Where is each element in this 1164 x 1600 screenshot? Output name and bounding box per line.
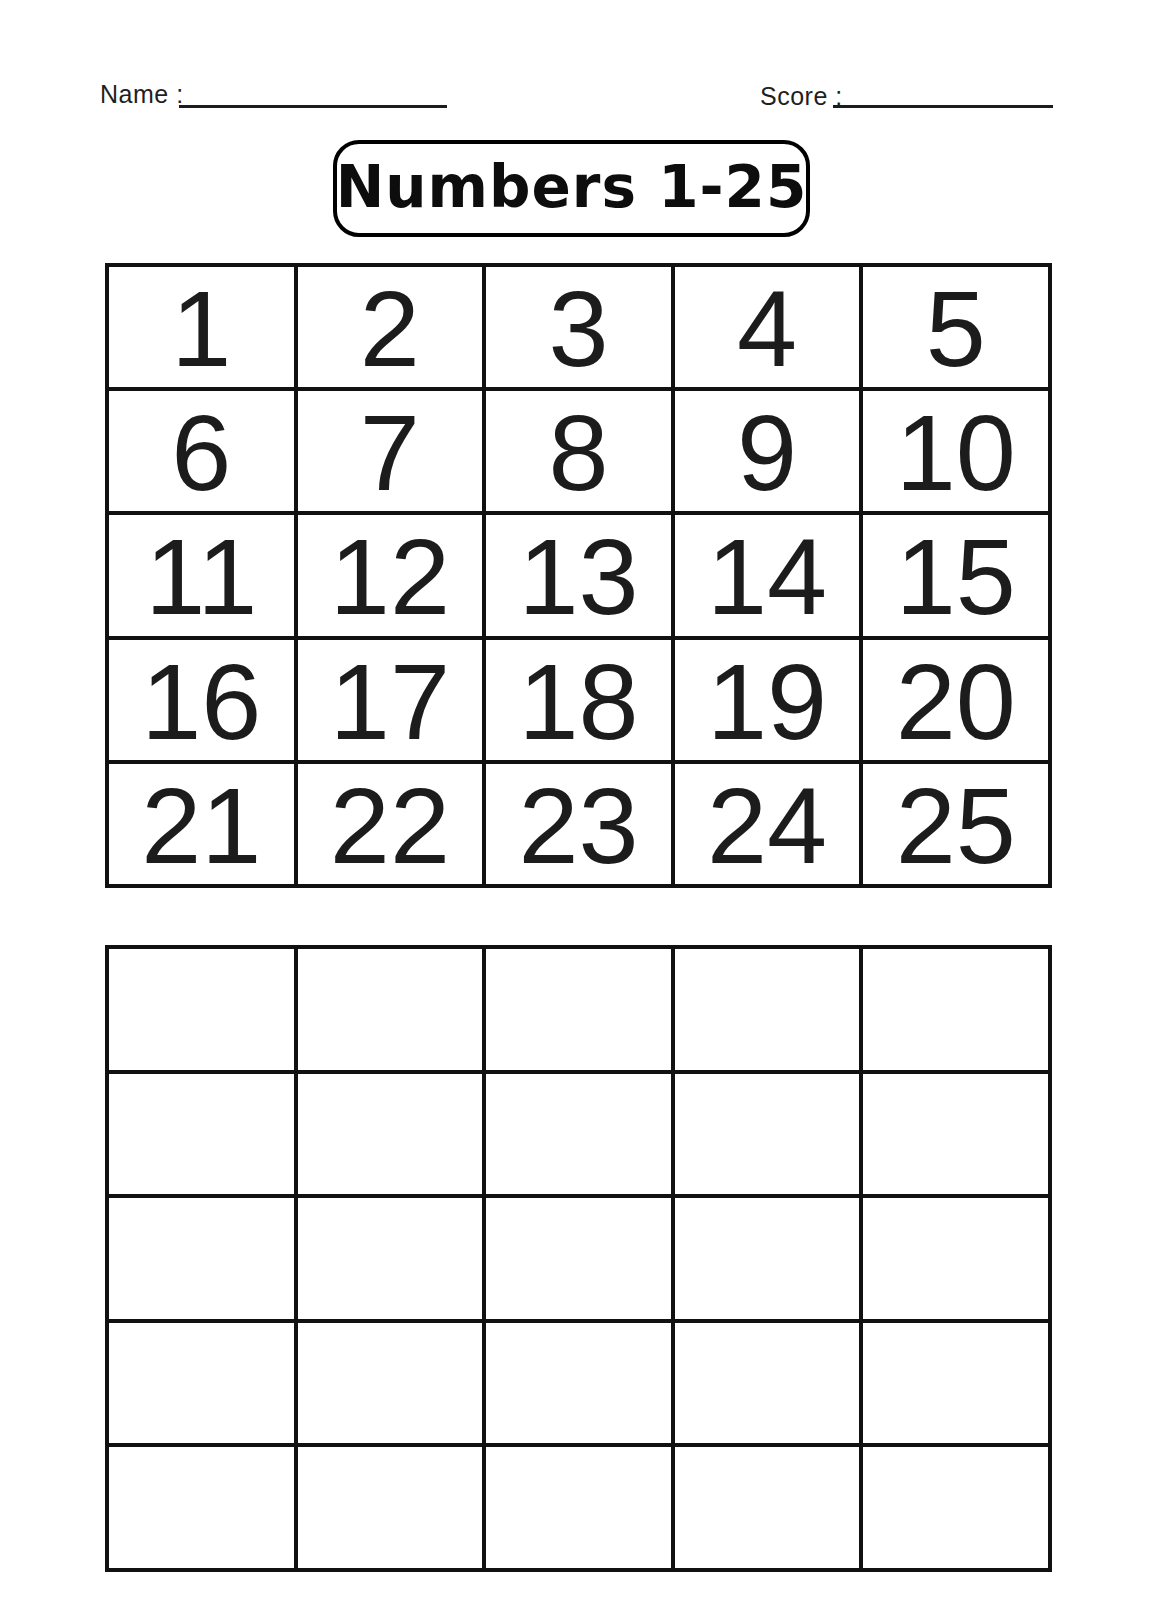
practice-cell-9 [673,1072,862,1197]
worksheet-page: { "game": "number-chart worksheet (numbe… [0,0,1164,1600]
name-label: Name : [100,82,184,107]
practice-cell-15 [861,1196,1050,1321]
number-cell-7: 7 [296,389,485,513]
title-badge: Numbers 1-25 [333,140,810,237]
practice-cell-23 [484,1445,673,1570]
practice-grid [105,945,1052,1572]
numbers-grid: 1234567891011121314151617181920212223242… [105,263,1052,888]
practice-cell-6 [107,1072,296,1197]
practice-cell-20 [861,1321,1050,1446]
number-cell-15: 15 [861,513,1050,637]
practice-cell-10 [861,1072,1050,1197]
practice-cell-4 [673,947,862,1072]
practice-cell-16 [107,1321,296,1446]
number-cell-21: 21 [107,762,296,886]
practice-cell-22 [296,1445,485,1570]
number-cell-2: 2 [296,265,485,389]
number-cell-6: 6 [107,389,296,513]
practice-cell-25 [861,1445,1050,1570]
number-cell-18: 18 [484,638,673,762]
number-cell-20: 20 [861,638,1050,762]
number-cell-25: 25 [861,762,1050,886]
number-cell-19: 19 [673,638,862,762]
number-cell-23: 23 [484,762,673,886]
number-cell-4: 4 [673,265,862,389]
practice-cell-14 [673,1196,862,1321]
practice-cell-8 [484,1072,673,1197]
score-write-line [833,105,1053,108]
number-cell-3: 3 [484,265,673,389]
practice-cell-19 [673,1321,862,1446]
practice-cell-12 [296,1196,485,1321]
number-cell-14: 14 [673,513,862,637]
practice-cell-5 [861,947,1050,1072]
number-cell-11: 11 [107,513,296,637]
score-label: Score : [760,84,843,109]
number-cell-12: 12 [296,513,485,637]
practice-cell-7 [296,1072,485,1197]
practice-cell-11 [107,1196,296,1321]
name-write-line [179,105,447,108]
number-cell-10: 10 [861,389,1050,513]
number-cell-17: 17 [296,638,485,762]
number-cell-9: 9 [673,389,862,513]
practice-cell-17 [296,1321,485,1446]
number-cell-1: 1 [107,265,296,389]
page-title: Numbers 1-25 [336,158,808,220]
practice-cell-3 [484,947,673,1072]
practice-cell-13 [484,1196,673,1321]
number-cell-24: 24 [673,762,862,886]
practice-cell-24 [673,1445,862,1570]
practice-cell-18 [484,1321,673,1446]
practice-cell-1 [107,947,296,1072]
number-cell-8: 8 [484,389,673,513]
number-cell-22: 22 [296,762,485,886]
number-cell-5: 5 [861,265,1050,389]
number-cell-13: 13 [484,513,673,637]
practice-cell-2 [296,947,485,1072]
number-cell-16: 16 [107,638,296,762]
practice-cell-21 [107,1445,296,1570]
